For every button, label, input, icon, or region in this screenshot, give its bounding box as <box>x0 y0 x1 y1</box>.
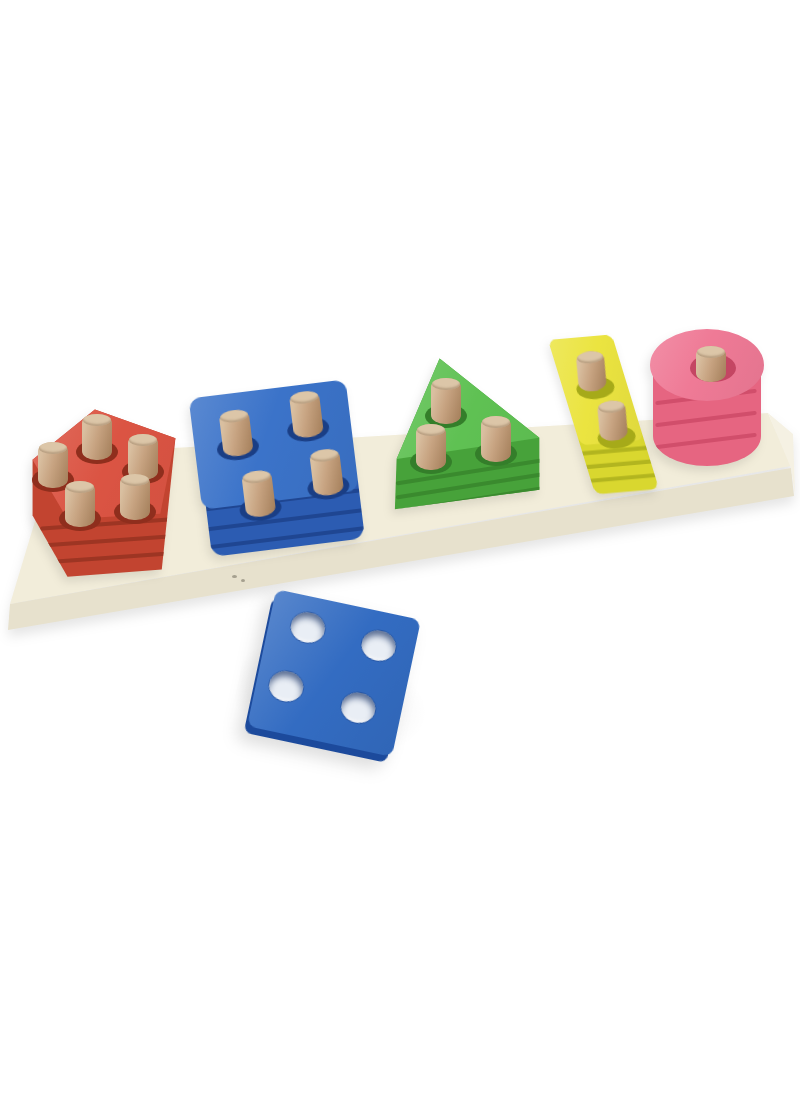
disc-groove <box>40 551 171 564</box>
wooden-peg <box>82 414 112 460</box>
wooden-peg <box>597 400 628 442</box>
wooden-peg <box>38 442 68 488</box>
loose-blue-square-piece[interactable] <box>247 589 421 757</box>
disc-groove <box>395 472 542 499</box>
wooden-peg <box>241 469 276 518</box>
wooden-peg <box>65 481 95 527</box>
green-triangle-stack[interactable] <box>388 352 560 514</box>
pink-circle-stack[interactable] <box>648 326 768 472</box>
wood-grain-mark <box>232 575 237 578</box>
wooden-peg <box>431 378 461 424</box>
disc-groove <box>655 411 756 427</box>
peg-hole-opening <box>339 690 378 726</box>
wooden-peg <box>416 424 446 470</box>
blue-square-stack[interactable] <box>186 376 373 563</box>
wooden-peg <box>481 416 511 462</box>
disc-groove <box>395 486 542 513</box>
wooden-peg <box>218 408 253 457</box>
wooden-peg <box>576 350 607 392</box>
disc-groove <box>40 534 171 547</box>
disc-groove <box>207 526 365 550</box>
peg-hole-opening <box>359 627 398 663</box>
disc-groove <box>655 433 756 449</box>
wooden-peg <box>289 390 324 439</box>
peg-hole-opening <box>266 668 305 704</box>
wooden-peg <box>309 448 344 497</box>
wooden-peg <box>120 474 150 520</box>
peg-hole-opening <box>288 609 327 645</box>
wood-grain-mark <box>241 579 245 582</box>
red-pentagon-stack[interactable] <box>28 404 180 584</box>
toy-photo-scene <box>0 0 800 1096</box>
wooden-peg <box>696 346 726 382</box>
disc-groove <box>588 473 657 483</box>
disc-groove <box>584 459 653 469</box>
